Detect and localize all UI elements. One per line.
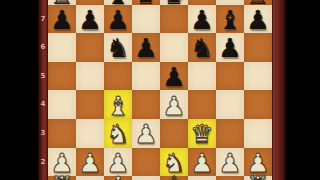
square-a5[interactable] [48, 62, 76, 91]
piece-white-king-e1[interactable]: ♚ [162, 173, 185, 180]
square-h6[interactable] [244, 33, 272, 62]
square-c7[interactable]: ♟ [104, 5, 132, 34]
square-a1[interactable]: ♜ [48, 176, 76, 180]
rank-label-6: 6 [38, 33, 48, 62]
square-b2[interactable]: ♟ [76, 148, 104, 177]
piece-black-pawn-g6[interactable]: ♟ [218, 35, 241, 61]
square-a4[interactable] [48, 90, 76, 119]
piece-white-bishop-c4[interactable]: ♝ [106, 93, 129, 119]
piece-black-pawn-d6[interactable]: ♟ [134, 35, 157, 61]
square-a7[interactable]: ♟ [48, 5, 76, 34]
piece-white-pawn-b2[interactable]: ♟ [78, 150, 101, 176]
square-h3[interactable] [244, 119, 272, 148]
square-c5[interactable] [104, 62, 132, 91]
square-d5[interactable] [132, 62, 160, 91]
square-e5[interactable]: ♟ [160, 62, 188, 91]
square-g2[interactable]: ♟ [216, 148, 244, 177]
piece-white-pawn-f2[interactable]: ♟ [190, 150, 213, 176]
square-b5[interactable] [76, 62, 104, 91]
square-b1[interactable] [76, 176, 104, 180]
square-g7[interactable]: ♝ [216, 5, 244, 34]
piece-black-bishop-g7[interactable]: ♝ [218, 7, 241, 33]
square-d6[interactable]: ♟ [132, 33, 160, 62]
square-c1[interactable]: ♝ [104, 176, 132, 180]
square-g5[interactable] [216, 62, 244, 91]
piece-white-rook-a1[interactable]: ♜ [50, 173, 73, 180]
piece-white-pawn-e4[interactable]: ♟ [162, 93, 185, 119]
square-e6[interactable] [160, 33, 188, 62]
square-b4[interactable] [76, 90, 104, 119]
square-f6[interactable]: ♞ [188, 33, 216, 62]
rank-label-5: 5 [38, 62, 48, 91]
rank-label-3: 3 [38, 119, 48, 148]
piece-black-pawn-c7[interactable]: ♟ [106, 7, 129, 33]
square-e4[interactable]: ♟ [160, 90, 188, 119]
piece-black-pawn-e5[interactable]: ♟ [162, 64, 185, 90]
square-a6[interactable] [48, 33, 76, 62]
square-f1[interactable] [188, 176, 216, 180]
square-d3[interactable]: ♟ [132, 119, 160, 148]
square-g4[interactable] [216, 90, 244, 119]
square-g3[interactable] [216, 119, 244, 148]
square-e7[interactable] [160, 5, 188, 34]
square-f2[interactable]: ♟ [188, 148, 216, 177]
square-g1[interactable] [216, 176, 244, 180]
chess-app-screen: ♜♝♛♚♜♟♟♟♟♝♟♞♟♞♟♟♝♟♞♟♛♟♟♟♞♟♟♟♜♝♚♜ 765432 [0, 0, 320, 180]
piece-black-pawn-b7[interactable]: ♟ [78, 7, 101, 33]
piece-black-pawn-f7[interactable]: ♟ [190, 7, 213, 33]
rank-label-2: 2 [38, 148, 48, 177]
square-g6[interactable]: ♟ [216, 33, 244, 62]
piece-black-pawn-a7[interactable]: ♟ [50, 7, 73, 33]
piece-white-knight-c3[interactable]: ♞ [106, 121, 129, 147]
square-h7[interactable]: ♟ [244, 5, 272, 34]
piece-white-rook-h1[interactable]: ♜ [246, 173, 269, 180]
square-e1[interactable]: ♚ [160, 176, 188, 180]
chess-board[interactable]: ♜♝♛♚♜♟♟♟♟♝♟♞♟♞♟♟♝♟♞♟♛♟♟♟♞♟♟♟♜♝♚♜ [48, 0, 272, 180]
rank-label-4: 4 [38, 90, 48, 119]
square-c4[interactable]: ♝ [104, 90, 132, 119]
square-a3[interactable] [48, 119, 76, 148]
square-d4[interactable] [132, 90, 160, 119]
square-b6[interactable] [76, 33, 104, 62]
square-b3[interactable] [76, 119, 104, 148]
piece-white-pawn-d3[interactable]: ♟ [134, 121, 157, 147]
piece-black-knight-c6[interactable]: ♞ [106, 35, 129, 61]
square-h5[interactable] [244, 62, 272, 91]
square-b7[interactable]: ♟ [76, 5, 104, 34]
square-d7[interactable] [132, 5, 160, 34]
rank-labels: 765432 [38, 0, 48, 180]
square-d1[interactable] [132, 176, 160, 180]
board-frame-right [272, 0, 286, 180]
piece-black-knight-f6[interactable]: ♞ [190, 35, 213, 61]
piece-black-pawn-h7[interactable]: ♟ [246, 7, 269, 33]
rank-label-7: 7 [38, 5, 48, 34]
square-c6[interactable]: ♞ [104, 33, 132, 62]
square-h4[interactable] [244, 90, 272, 119]
square-c3[interactable]: ♞ [104, 119, 132, 148]
square-f7[interactable]: ♟ [188, 5, 216, 34]
piece-white-pawn-g2[interactable]: ♟ [218, 150, 241, 176]
piece-white-bishop-c1[interactable]: ♝ [106, 173, 129, 180]
square-f4[interactable] [188, 90, 216, 119]
square-f5[interactable] [188, 62, 216, 91]
square-d2[interactable] [132, 148, 160, 177]
piece-white-queen-f3[interactable]: ♛ [190, 121, 213, 147]
square-h1[interactable]: ♜ [244, 176, 272, 180]
square-f3[interactable]: ♛ [188, 119, 216, 148]
square-e3[interactable] [160, 119, 188, 148]
